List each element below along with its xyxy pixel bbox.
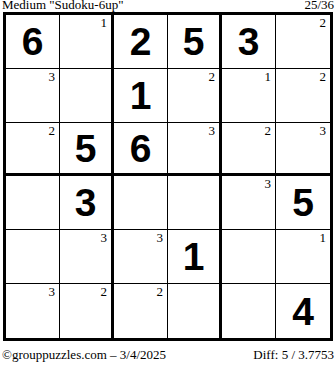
- given-digit: 1: [130, 76, 152, 115]
- cell-r1c2[interactable]: 1: [60, 15, 114, 69]
- cell-r5c2[interactable]: 3: [60, 230, 114, 284]
- cell-r4c6[interactable]: 5: [276, 176, 330, 230]
- cell-r3c1[interactable]: 2: [6, 123, 60, 177]
- cell-r4c4[interactable]: [168, 176, 222, 230]
- given-digit: 1: [183, 237, 205, 276]
- given-digit: 3: [75, 183, 97, 222]
- cell-r1c5[interactable]: 3: [222, 15, 276, 69]
- cell-r4c3[interactable]: [114, 176, 168, 230]
- cell-r3c6[interactable]: 3: [276, 123, 330, 177]
- cell-r1c3[interactable]: 2: [114, 15, 168, 69]
- sudoku-board: 6125323121225632333533113224: [3, 12, 333, 341]
- difficulty-label: Diff: 5 / 3.7753: [253, 347, 334, 362]
- corner-mark: 3: [49, 70, 56, 83]
- cell-r3c4[interactable]: 3: [168, 123, 222, 177]
- corner-mark: 2: [320, 16, 327, 29]
- cell-r2c2[interactable]: [60, 69, 114, 123]
- cell-r2c4[interactable]: 2: [168, 69, 222, 123]
- cell-r4c5[interactable]: 3: [222, 176, 276, 230]
- copyright-credit: ©grouppuzzles.com – 3/4/2025: [2, 347, 166, 362]
- given-digit: 4: [292, 292, 314, 331]
- given-digit: 5: [75, 129, 97, 168]
- corner-mark: 2: [157, 285, 164, 298]
- cell-r5c4[interactable]: 1: [168, 230, 222, 284]
- cell-r6c5[interactable]: [222, 284, 276, 338]
- corner-mark: 3: [265, 177, 272, 190]
- cell-r5c3[interactable]: 3: [114, 230, 168, 284]
- cell-r6c1[interactable]: 3: [6, 284, 60, 338]
- cell-r2c3[interactable]: 1: [114, 69, 168, 123]
- corner-mark: 3: [209, 124, 216, 137]
- cell-r6c2[interactable]: 2: [60, 284, 114, 338]
- cell-r1c4[interactable]: 5: [168, 15, 222, 69]
- corner-mark: 2: [265, 124, 272, 137]
- corner-mark: 2: [49, 124, 56, 137]
- puzzle-page: Medium "Sudoku-6up" 25/36 61253231212256…: [0, 0, 336, 370]
- corner-mark: 3: [49, 285, 56, 298]
- page-title: Medium "Sudoku-6up": [2, 0, 123, 12]
- corner-mark: 1: [265, 70, 272, 83]
- given-digit: 2: [130, 22, 152, 61]
- cell-r5c1[interactable]: [6, 230, 60, 284]
- cell-r2c6[interactable]: 2: [276, 69, 330, 123]
- corner-mark: 2: [209, 70, 216, 83]
- corner-mark: 3: [101, 231, 108, 244]
- corner-mark: 3: [157, 231, 164, 244]
- given-digit: 3: [238, 22, 260, 61]
- given-digit: 5: [292, 183, 314, 222]
- given-digit: 5: [183, 22, 205, 61]
- cell-r5c5[interactable]: [222, 230, 276, 284]
- corner-mark: 1: [101, 16, 108, 29]
- cell-r1c1[interactable]: 6: [6, 15, 60, 69]
- corner-mark: 2: [320, 70, 327, 83]
- cell-counter: 25/36: [304, 0, 334, 12]
- cell-r2c1[interactable]: 3: [6, 69, 60, 123]
- cell-r6c4[interactable]: [168, 284, 222, 338]
- cell-r6c3[interactable]: 2: [114, 284, 168, 338]
- cell-r3c5[interactable]: 2: [222, 123, 276, 177]
- corner-mark: 2: [101, 285, 108, 298]
- cell-r3c2[interactable]: 5: [60, 123, 114, 177]
- cell-r3c3[interactable]: 6: [114, 123, 168, 177]
- corner-mark: 3: [320, 124, 327, 137]
- cell-r1c6[interactable]: 2: [276, 15, 330, 69]
- cell-r5c6[interactable]: 1: [276, 230, 330, 284]
- corner-mark: 1: [320, 231, 327, 244]
- cell-r2c5[interactable]: 1: [222, 69, 276, 123]
- cell-r6c6[interactable]: 4: [276, 284, 330, 338]
- given-digit: 6: [22, 22, 44, 61]
- given-digit: 6: [130, 129, 152, 168]
- cell-r4c1[interactable]: [6, 176, 60, 230]
- cell-r4c2[interactable]: 3: [60, 176, 114, 230]
